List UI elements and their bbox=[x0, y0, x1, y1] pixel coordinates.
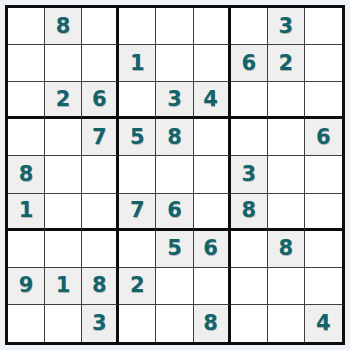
cell-r8c5[interactable] bbox=[156, 268, 193, 305]
cell-r3c5[interactable]: 3 bbox=[156, 82, 193, 119]
cell-r5c3[interactable] bbox=[82, 156, 119, 193]
cell-r2c2[interactable] bbox=[45, 45, 82, 82]
cell-r3c9[interactable] bbox=[305, 82, 342, 119]
cell-r2c4[interactable]: 1 bbox=[119, 45, 156, 82]
cell-r2c5[interactable] bbox=[156, 45, 193, 82]
cell-r6c7[interactable]: 8 bbox=[231, 194, 268, 231]
cell-r6c4[interactable]: 7 bbox=[119, 194, 156, 231]
cell-r4c8[interactable] bbox=[268, 119, 305, 156]
cell-r3c8[interactable] bbox=[268, 82, 305, 119]
cell-r1c2[interactable]: 8 bbox=[45, 8, 82, 45]
cell-r9c8[interactable] bbox=[268, 305, 305, 342]
cell-r3c7[interactable] bbox=[231, 82, 268, 119]
cell-r5c4[interactable] bbox=[119, 156, 156, 193]
cell-r8c2[interactable]: 1 bbox=[45, 268, 82, 305]
cell-r8c8[interactable] bbox=[268, 268, 305, 305]
cell-r2c3[interactable] bbox=[82, 45, 119, 82]
cell-r7c4[interactable] bbox=[119, 231, 156, 268]
cell-r6c2[interactable] bbox=[45, 194, 82, 231]
cell-r3c4[interactable] bbox=[119, 82, 156, 119]
cell-r4c9[interactable]: 6 bbox=[305, 119, 342, 156]
cell-r5c2[interactable] bbox=[45, 156, 82, 193]
cell-r9c2[interactable] bbox=[45, 305, 82, 342]
cell-r1c3[interactable] bbox=[82, 8, 119, 45]
cell-r3c2[interactable]: 2 bbox=[45, 82, 82, 119]
cell-r6c6[interactable] bbox=[194, 194, 231, 231]
cell-r4c6[interactable] bbox=[194, 119, 231, 156]
cell-r8c4[interactable]: 2 bbox=[119, 268, 156, 305]
cell-r8c3[interactable]: 8 bbox=[82, 268, 119, 305]
cell-r1c6[interactable] bbox=[194, 8, 231, 45]
cell-r7c9[interactable] bbox=[305, 231, 342, 268]
cell-r6c5[interactable]: 6 bbox=[156, 194, 193, 231]
cell-r9c7[interactable] bbox=[231, 305, 268, 342]
cell-r5c1[interactable]: 8 bbox=[8, 156, 45, 193]
cell-r9c6[interactable]: 8 bbox=[194, 305, 231, 342]
cell-r7c3[interactable] bbox=[82, 231, 119, 268]
cell-r2c6[interactable] bbox=[194, 45, 231, 82]
cell-r7c8[interactable]: 8 bbox=[268, 231, 305, 268]
cell-r3c6[interactable]: 4 bbox=[194, 82, 231, 119]
cell-r7c7[interactable] bbox=[231, 231, 268, 268]
cell-r4c3[interactable]: 7 bbox=[82, 119, 119, 156]
cell-r1c1[interactable] bbox=[8, 8, 45, 45]
cell-r6c1[interactable]: 1 bbox=[8, 194, 45, 231]
cell-r9c3[interactable]: 3 bbox=[82, 305, 119, 342]
cell-r6c8[interactable] bbox=[268, 194, 305, 231]
cell-r2c7[interactable]: 6 bbox=[231, 45, 268, 82]
cell-r4c5[interactable]: 8 bbox=[156, 119, 193, 156]
cell-r4c2[interactable] bbox=[45, 119, 82, 156]
cell-r9c4[interactable] bbox=[119, 305, 156, 342]
cell-r8c7[interactable] bbox=[231, 268, 268, 305]
cell-r8c9[interactable] bbox=[305, 268, 342, 305]
cell-r1c9[interactable] bbox=[305, 8, 342, 45]
cell-r1c7[interactable] bbox=[231, 8, 268, 45]
cell-r2c9[interactable] bbox=[305, 45, 342, 82]
cell-r1c5[interactable] bbox=[156, 8, 193, 45]
cell-r6c9[interactable] bbox=[305, 194, 342, 231]
cell-r4c4[interactable]: 5 bbox=[119, 119, 156, 156]
cell-r1c8[interactable]: 3 bbox=[268, 8, 305, 45]
cell-r4c7[interactable] bbox=[231, 119, 268, 156]
cell-r3c1[interactable] bbox=[8, 82, 45, 119]
cell-r5c9[interactable] bbox=[305, 156, 342, 193]
cell-r9c5[interactable] bbox=[156, 305, 193, 342]
cell-r7c6[interactable]: 6 bbox=[194, 231, 231, 268]
cell-r8c6[interactable] bbox=[194, 268, 231, 305]
cell-r4c1[interactable] bbox=[8, 119, 45, 156]
cell-r9c1[interactable] bbox=[8, 305, 45, 342]
cell-r2c1[interactable] bbox=[8, 45, 45, 82]
cell-r1c4[interactable] bbox=[119, 8, 156, 45]
cell-r3c3[interactable]: 6 bbox=[82, 82, 119, 119]
cell-r2c8[interactable]: 2 bbox=[268, 45, 305, 82]
cell-r5c8[interactable] bbox=[268, 156, 305, 193]
cell-r7c2[interactable] bbox=[45, 231, 82, 268]
cell-r7c1[interactable] bbox=[8, 231, 45, 268]
cell-r8c1[interactable]: 9 bbox=[8, 268, 45, 305]
sudoku-page: 83162263475868317685689182384 bbox=[0, 0, 350, 350]
cell-r5c5[interactable] bbox=[156, 156, 193, 193]
cell-r7c5[interactable]: 5 bbox=[156, 231, 193, 268]
cell-r6c3[interactable] bbox=[82, 194, 119, 231]
cell-r9c9[interactable]: 4 bbox=[305, 305, 342, 342]
cell-r5c7[interactable]: 3 bbox=[231, 156, 268, 193]
cell-r5c6[interactable] bbox=[194, 156, 231, 193]
sudoku-board: 83162263475868317685689182384 bbox=[5, 5, 345, 345]
